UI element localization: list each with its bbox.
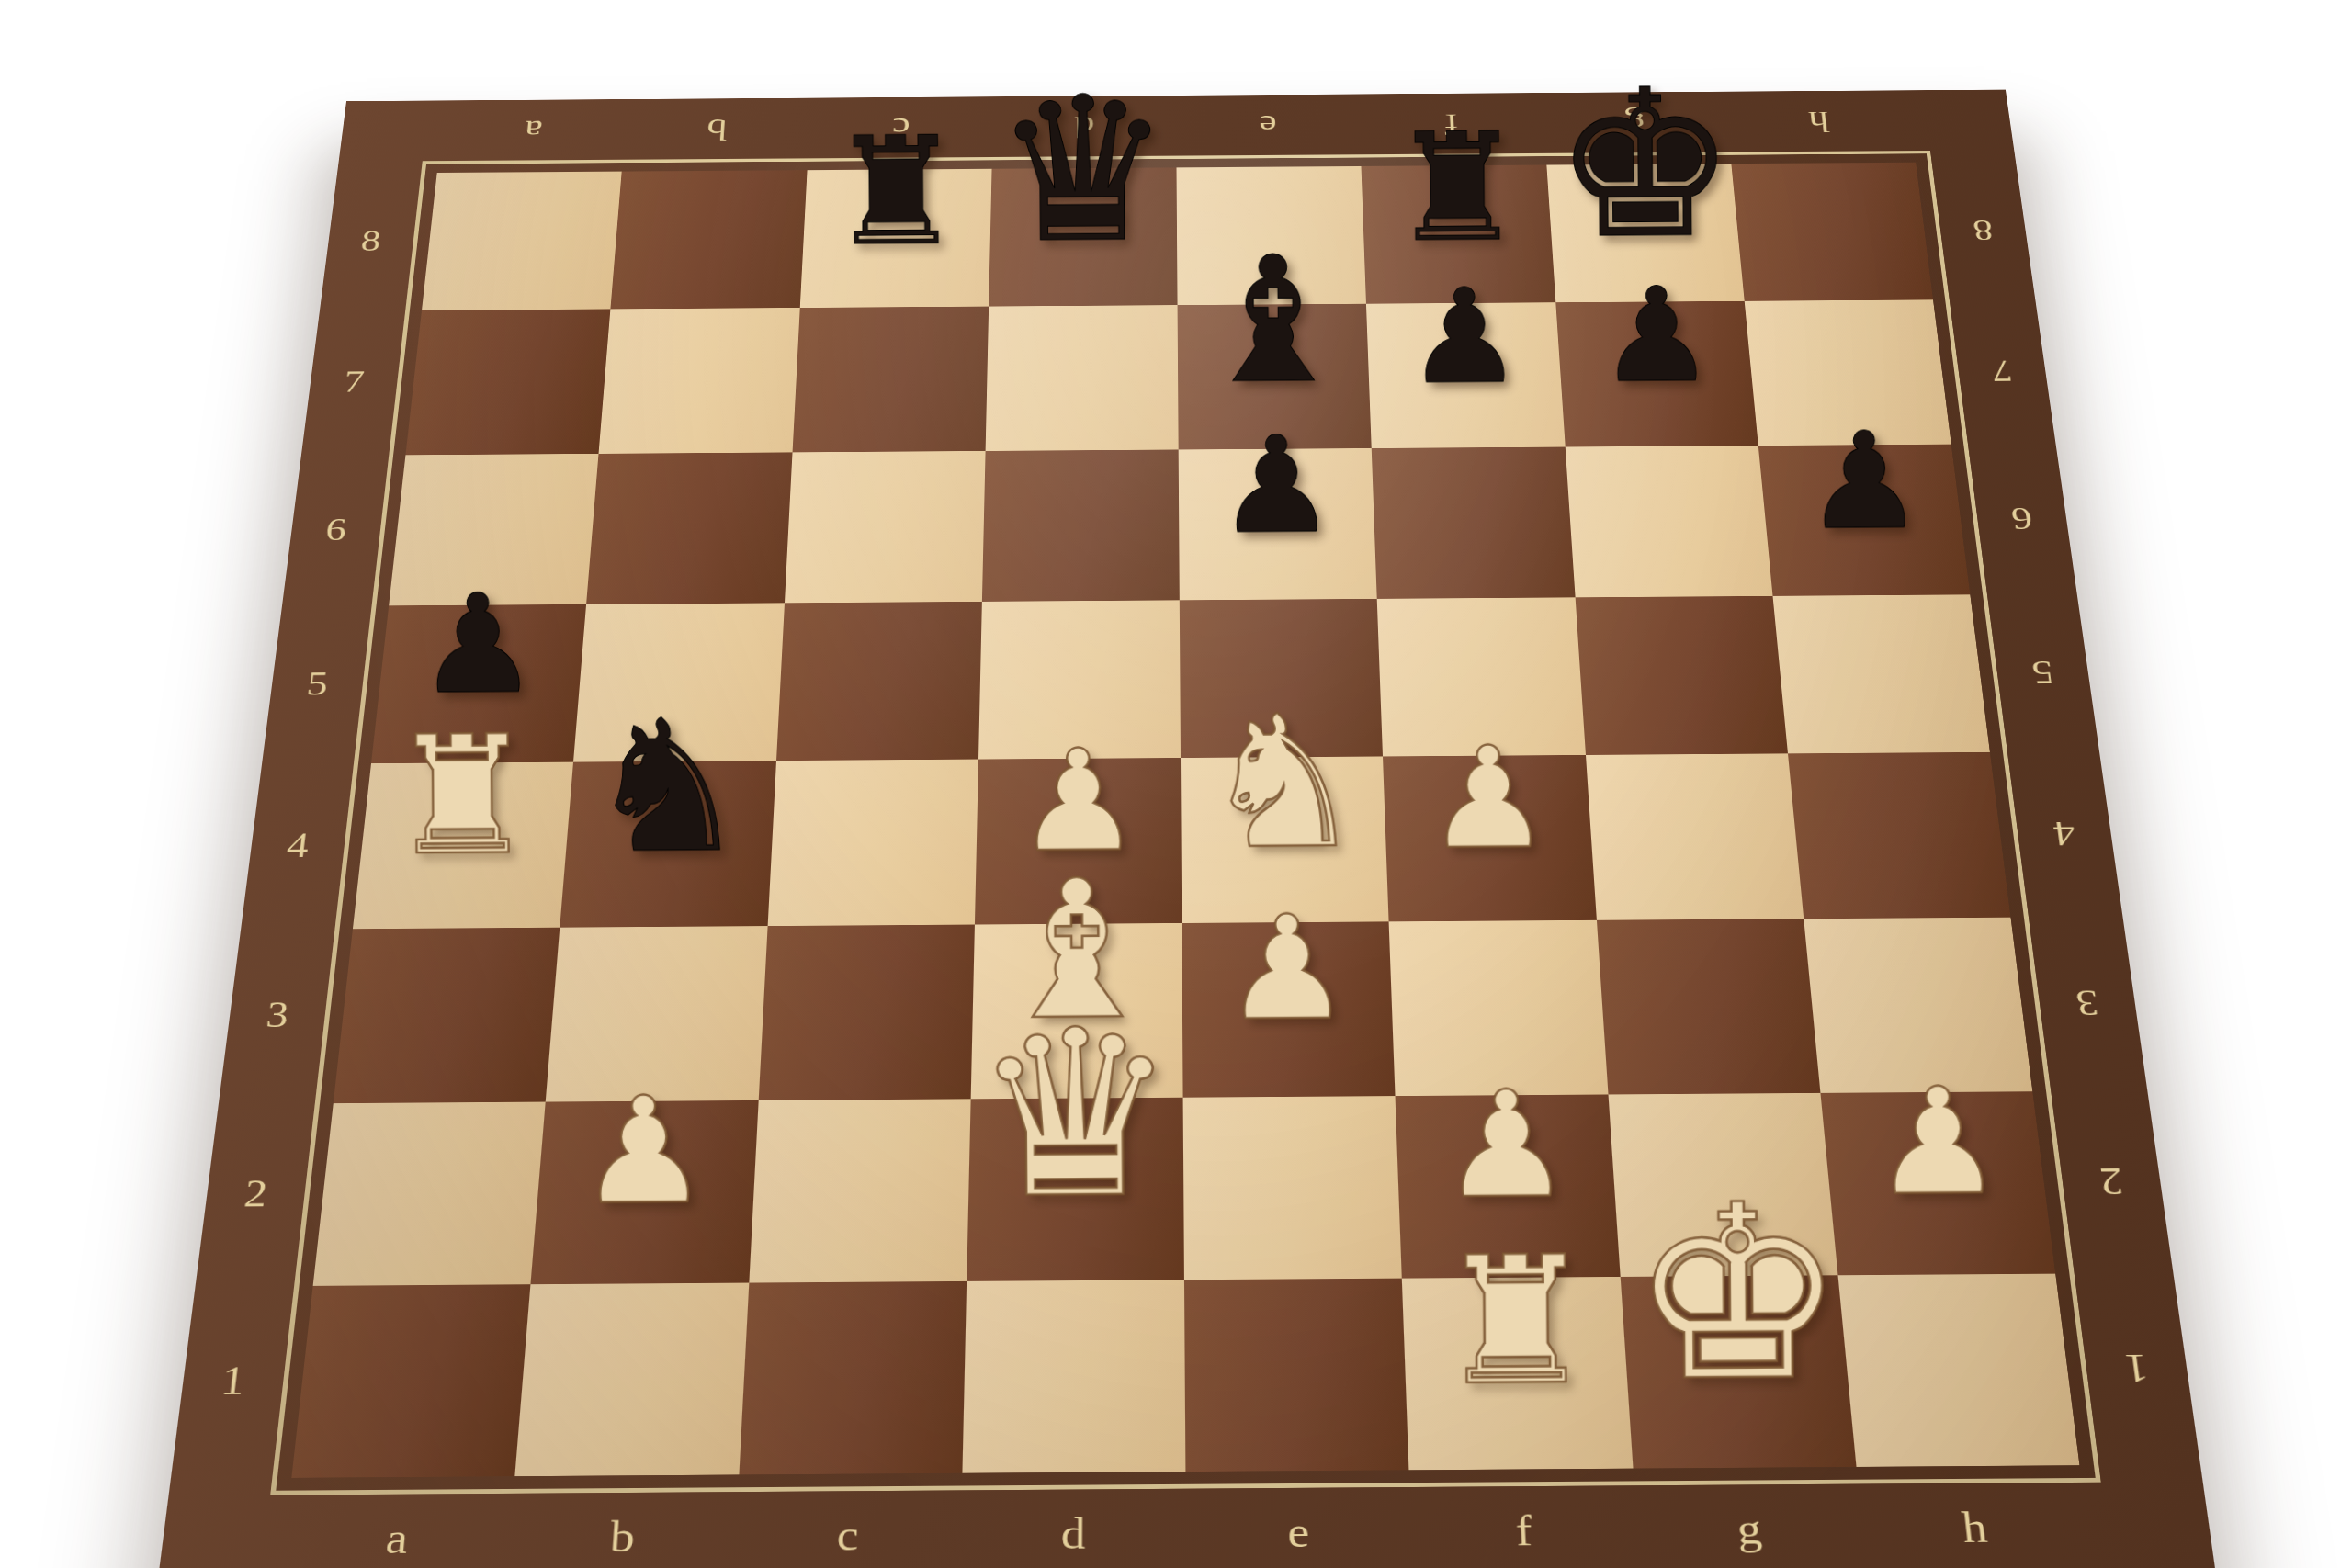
rank-label-right-6: 6 <box>1968 443 2077 593</box>
rank-label-left-5: 5 <box>262 605 372 763</box>
piece-white-pawn-f4[interactable]: ♟ <box>1426 728 1552 868</box>
square-g4[interactable] <box>1585 753 1804 920</box>
file-label-top-b: b <box>623 103 809 156</box>
square-d1[interactable] <box>962 1280 1185 1473</box>
chess-board: abcdefghabcdefgh8765432187654321♜♛♜♚♝♟♟♟… <box>157 90 2216 1568</box>
piece-white-rook-f1[interactable]: ♜ <box>1437 1233 1596 1409</box>
square-c1[interactable] <box>739 1281 967 1475</box>
square-e2[interactable] <box>1183 1096 1402 1280</box>
piece-white-pawn-h2[interactable]: ♟ <box>1871 1067 2004 1215</box>
file-label-top-h: h <box>1724 96 1914 149</box>
file-label-top-a: a <box>439 104 628 157</box>
photo-scene: abcdefghabcdefgh8765432187654321♜♛♜♚♝♟♟♟… <box>262 0 2099 1568</box>
piece-black-pawn-h6[interactable]: ♟ <box>1804 413 1924 547</box>
square-b7[interactable] <box>599 308 799 453</box>
file-label-bottom-b: b <box>507 1497 738 1568</box>
square-c7[interactable] <box>792 307 989 452</box>
rank-label-right-5: 5 <box>1987 593 2099 751</box>
square-g3[interactable] <box>1596 919 1820 1094</box>
piece-white-queen-d2[interactable]: ♛ <box>971 998 1179 1230</box>
piece-black-rook-f8[interactable]: ♜ <box>1390 113 1524 263</box>
square-a8[interactable] <box>422 171 622 310</box>
rank-label-right-3: 3 <box>2029 917 2147 1090</box>
piece-white-pawn-b2[interactable]: ♟ <box>578 1077 710 1224</box>
piece-white-knight-e4[interactable]: ♞ <box>1202 692 1366 874</box>
square-d6[interactable] <box>982 449 1180 602</box>
square-g5[interactable] <box>1575 596 1788 755</box>
square-b8[interactable] <box>611 170 807 310</box>
piece-black-rook-c8[interactable]: ♜ <box>829 117 963 266</box>
square-e1[interactable] <box>1184 1278 1409 1472</box>
rank-label-right-7: 7 <box>1950 299 2056 444</box>
square-c3[interactable] <box>758 925 974 1100</box>
file-label-bottom-g: g <box>1634 1489 1866 1568</box>
piece-white-pawn-e3[interactable]: ♟ <box>1223 897 1352 1041</box>
piece-white-rook-a4[interactable]: ♜ <box>389 714 536 878</box>
piece-black-bishop-e7[interactable]: ♝ <box>1194 233 1351 408</box>
rank-label-left-1: 1 <box>171 1286 294 1479</box>
square-h1[interactable] <box>1837 1273 2079 1467</box>
square-a3[interactable] <box>334 928 560 1103</box>
rank-label-left-4: 4 <box>241 763 354 930</box>
rank-label-left-8: 8 <box>320 173 421 311</box>
file-label-bottom-d: d <box>960 1495 1186 1568</box>
file-label-bottom-c: c <box>733 1495 961 1568</box>
rank-label-left-3: 3 <box>219 930 335 1104</box>
square-h4[interactable] <box>1788 752 2011 919</box>
file-label-top-e: e <box>1176 99 1361 152</box>
rank-label-right-2: 2 <box>2051 1090 2173 1273</box>
square-h8[interactable] <box>1731 163 1933 301</box>
square-d7[interactable] <box>985 305 1178 450</box>
rank-label-right-1: 1 <box>2075 1273 2200 1465</box>
rank-label-left-2: 2 <box>196 1103 315 1286</box>
file-label-bottom-e: e <box>1186 1493 1413 1568</box>
square-b1[interactable] <box>515 1282 749 1476</box>
square-c6[interactable] <box>784 451 985 604</box>
piece-black-queen-d8[interactable]: ♛ <box>992 70 1173 271</box>
rank-label-right-4: 4 <box>2007 751 2122 917</box>
rank-label-left-6: 6 <box>282 455 389 606</box>
piece-black-pawn-g7[interactable]: ♟ <box>1598 270 1715 401</box>
square-f6[interactable] <box>1372 446 1575 598</box>
rank-label-left-7: 7 <box>301 310 405 455</box>
square-h5[interactable] <box>1772 594 1990 753</box>
piece-black-pawn-e6[interactable]: ♟ <box>1216 418 1337 552</box>
square-a2[interactable] <box>313 1101 546 1286</box>
piece-white-king-g1[interactable]: ♚ <box>1628 1172 1846 1415</box>
square-c5[interactable] <box>776 602 982 761</box>
piece-black-pawn-f7[interactable]: ♟ <box>1406 271 1523 402</box>
file-label-bottom-a: a <box>280 1499 513 1568</box>
square-c4[interactable] <box>767 760 978 927</box>
rank-label-right-8: 8 <box>1932 162 2036 299</box>
file-label-bottom-h: h <box>1859 1488 2092 1568</box>
square-g6[interactable] <box>1565 446 1772 597</box>
piece-white-pawn-f2[interactable]: ♟ <box>1441 1071 1573 1219</box>
square-b6[interactable] <box>586 452 792 604</box>
piece-black-pawn-a5[interactable]: ♟ <box>416 575 539 713</box>
square-a1[interactable] <box>291 1284 530 1478</box>
file-label-bottom-f: f <box>1410 1491 1639 1568</box>
square-c2[interactable] <box>749 1099 971 1282</box>
square-a7[interactable] <box>405 310 610 455</box>
piece-black-king-g8[interactable]: ♚ <box>1553 62 1737 267</box>
piece-black-knight-b4[interactable]: ♞ <box>585 695 750 878</box>
